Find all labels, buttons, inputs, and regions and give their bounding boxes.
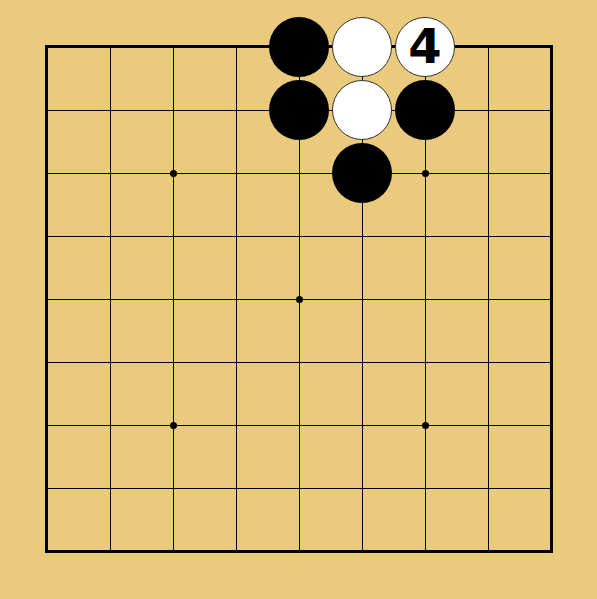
- intersection[interactable]: [394, 79, 457, 142]
- intersection[interactable]: [142, 16, 205, 79]
- intersection[interactable]: [142, 268, 205, 331]
- grid-line-horizontal: [457, 425, 520, 426]
- intersection[interactable]: [205, 457, 268, 520]
- go-board: 4: [16, 16, 583, 583]
- intersection[interactable]: [268, 331, 331, 394]
- intersection[interactable]: [205, 142, 268, 205]
- intersection[interactable]: 4: [394, 16, 457, 79]
- grid-line-horizontal: [520, 488, 552, 489]
- intersection[interactable]: [331, 457, 394, 520]
- grid-line-horizontal: [79, 299, 142, 300]
- intersection[interactable]: [268, 394, 331, 457]
- intersection[interactable]: [268, 268, 331, 331]
- grid-line-horizontal: [394, 299, 457, 300]
- intersection[interactable]: [79, 457, 142, 520]
- intersection[interactable]: [142, 394, 205, 457]
- intersection[interactable]: [205, 268, 268, 331]
- intersection[interactable]: [394, 520, 457, 583]
- go-board-diagram: 4: [0, 0, 597, 599]
- intersection[interactable]: [331, 79, 394, 142]
- grid-line-horizontal: [457, 362, 520, 363]
- intersection[interactable]: [457, 331, 520, 394]
- grid-line-vertical: [110, 47, 111, 79]
- intersection[interactable]: [394, 268, 457, 331]
- intersection[interactable]: [520, 16, 583, 79]
- intersection[interactable]: [16, 520, 79, 583]
- intersection[interactable]: [268, 16, 331, 79]
- grid-line-vertical: [425, 520, 426, 552]
- intersection[interactable]: [79, 79, 142, 142]
- grid-line-horizontal: [205, 173, 268, 174]
- grid-line-horizontal: [79, 173, 142, 174]
- intersection[interactable]: [331, 268, 394, 331]
- grid-line-horizontal: [47, 236, 79, 237]
- intersection[interactable]: [16, 331, 79, 394]
- grid-line-vertical: [488, 520, 489, 552]
- intersection[interactable]: [79, 520, 142, 583]
- grid-line-horizontal: [457, 47, 520, 48]
- move-number-label: 4: [408, 22, 441, 70]
- grid-line-horizontal: [47, 110, 79, 111]
- intersection[interactable]: [16, 79, 79, 142]
- grid-line-horizontal: [520, 299, 552, 300]
- grid-line-vertical: [173, 47, 174, 79]
- grid-line-horizontal: [457, 236, 520, 237]
- intersection[interactable]: [142, 205, 205, 268]
- grid-line-horizontal: [394, 236, 457, 237]
- grid-line-horizontal: [142, 488, 205, 489]
- grid-line-vertical: [551, 47, 552, 79]
- star-point: [422, 170, 429, 177]
- star-point: [296, 296, 303, 303]
- intersection[interactable]: [457, 16, 520, 79]
- grid-line-horizontal: [142, 362, 205, 363]
- intersection[interactable]: [394, 331, 457, 394]
- intersection[interactable]: [394, 142, 457, 205]
- grid-line-horizontal: [47, 425, 79, 426]
- grid-line-horizontal: [205, 110, 268, 111]
- intersection[interactable]: [205, 520, 268, 583]
- intersection[interactable]: [331, 205, 394, 268]
- intersection[interactable]: [457, 520, 520, 583]
- grid-line-horizontal: [331, 425, 394, 426]
- intersection[interactable]: [520, 142, 583, 205]
- grid-line-horizontal: [520, 110, 552, 111]
- intersection[interactable]: [457, 79, 520, 142]
- grid-line-horizontal: [205, 47, 268, 48]
- grid-line-horizontal: [268, 488, 331, 489]
- intersection[interactable]: [457, 205, 520, 268]
- intersection[interactable]: [268, 142, 331, 205]
- grid-line-horizontal: [47, 362, 79, 363]
- grid-line-horizontal: [79, 551, 142, 552]
- intersection[interactable]: [457, 268, 520, 331]
- intersection[interactable]: [142, 79, 205, 142]
- intersection[interactable]: [331, 16, 394, 79]
- grid-line-vertical: [551, 520, 552, 552]
- intersection[interactable]: [16, 16, 79, 79]
- grid-line-horizontal: [520, 425, 552, 426]
- grid-line-horizontal: [47, 299, 79, 300]
- grid-line-horizontal: [142, 299, 205, 300]
- grid-line-horizontal: [142, 110, 205, 111]
- intersection[interactable]: [331, 331, 394, 394]
- intersection[interactable]: [79, 331, 142, 394]
- intersection[interactable]: [205, 394, 268, 457]
- intersection[interactable]: [268, 205, 331, 268]
- grid-line-horizontal: [268, 173, 331, 174]
- intersection[interactable]: [457, 142, 520, 205]
- intersection[interactable]: [520, 520, 583, 583]
- grid-line-horizontal: [457, 173, 520, 174]
- grid-line-horizontal: [79, 47, 142, 48]
- intersection[interactable]: [205, 79, 268, 142]
- grid-line-horizontal: [457, 488, 520, 489]
- intersection[interactable]: [142, 457, 205, 520]
- grid-line-horizontal: [268, 551, 331, 552]
- grid-line-horizontal: [79, 236, 142, 237]
- grid-line-horizontal: [520, 362, 552, 363]
- grid-line-horizontal: [394, 488, 457, 489]
- grid-line-vertical: [236, 47, 237, 79]
- grid-line-vertical: [236, 520, 237, 552]
- grid-line-horizontal: [142, 47, 205, 48]
- grid-line-horizontal: [331, 236, 394, 237]
- intersection[interactable]: [142, 520, 205, 583]
- intersection[interactable]: [16, 394, 79, 457]
- black-stone: [395, 80, 455, 140]
- grid-line-vertical: [47, 520, 48, 552]
- grid-line-horizontal: [268, 362, 331, 363]
- intersection[interactable]: [16, 457, 79, 520]
- grid-line-horizontal: [205, 551, 268, 552]
- intersection[interactable]: [16, 205, 79, 268]
- black-stone: [269, 17, 329, 77]
- grid-line-horizontal: [205, 425, 268, 426]
- grid-line-horizontal: [520, 551, 552, 552]
- grid-line-horizontal: [520, 47, 552, 48]
- intersection[interactable]: [79, 205, 142, 268]
- intersection[interactable]: [457, 394, 520, 457]
- grid-line-horizontal: [47, 173, 79, 174]
- grid-line-horizontal: [79, 488, 142, 489]
- grid-line-horizontal: [268, 236, 331, 237]
- intersection[interactable]: [79, 142, 142, 205]
- intersection[interactable]: [331, 394, 394, 457]
- intersection[interactable]: [205, 205, 268, 268]
- grid-line-horizontal: [142, 551, 205, 552]
- intersection[interactable]: [394, 205, 457, 268]
- intersection[interactable]: [205, 16, 268, 79]
- intersection[interactable]: [205, 331, 268, 394]
- grid-line-horizontal: [331, 299, 394, 300]
- grid-line-horizontal: [268, 425, 331, 426]
- grid-line-horizontal: [79, 425, 142, 426]
- grid-line-horizontal: [457, 551, 520, 552]
- intersection[interactable]: [520, 457, 583, 520]
- grid-line-vertical: [488, 47, 489, 79]
- grid-line-horizontal: [205, 236, 268, 237]
- white-stone: [332, 80, 392, 140]
- grid-line-horizontal: [394, 362, 457, 363]
- grid-line-horizontal: [205, 362, 268, 363]
- grid-line-horizontal: [47, 488, 79, 489]
- grid-line-horizontal: [520, 173, 552, 174]
- grid-line-horizontal: [457, 110, 520, 111]
- intersection[interactable]: [268, 520, 331, 583]
- grid-line-horizontal: [520, 236, 552, 237]
- intersection[interactable]: [520, 79, 583, 142]
- grid-line-horizontal: [79, 110, 142, 111]
- star-point: [170, 170, 177, 177]
- intersection[interactable]: [331, 142, 394, 205]
- grid-line-horizontal: [394, 551, 457, 552]
- intersection[interactable]: [394, 457, 457, 520]
- black-stone: [332, 143, 392, 203]
- white-stone: [332, 17, 392, 77]
- star-point: [422, 422, 429, 429]
- intersection[interactable]: [79, 394, 142, 457]
- intersection[interactable]: [79, 268, 142, 331]
- intersection[interactable]: [457, 457, 520, 520]
- grid-line-horizontal: [331, 362, 394, 363]
- intersection[interactable]: [142, 331, 205, 394]
- intersection[interactable]: [142, 142, 205, 205]
- intersection[interactable]: [520, 205, 583, 268]
- grid-line-horizontal: [47, 551, 79, 552]
- grid-line-vertical: [173, 520, 174, 552]
- white-stone: 4: [395, 17, 455, 77]
- intersection[interactable]: [520, 394, 583, 457]
- star-point: [170, 422, 177, 429]
- intersection[interactable]: [268, 457, 331, 520]
- grid-line-horizontal: [205, 488, 268, 489]
- grid-line-horizontal: [142, 236, 205, 237]
- grid-line-vertical: [299, 520, 300, 552]
- grid-line-vertical: [47, 47, 48, 79]
- intersection[interactable]: [331, 520, 394, 583]
- black-stone: [269, 80, 329, 140]
- intersection[interactable]: [16, 268, 79, 331]
- intersection[interactable]: [16, 142, 79, 205]
- intersection[interactable]: [394, 394, 457, 457]
- intersection[interactable]: [520, 268, 583, 331]
- grid-line-horizontal: [79, 362, 142, 363]
- grid-line-horizontal: [331, 488, 394, 489]
- intersection[interactable]: [520, 331, 583, 394]
- grid-line-horizontal: [331, 551, 394, 552]
- intersection[interactable]: [268, 79, 331, 142]
- grid-line-horizontal: [205, 299, 268, 300]
- grid-line-vertical: [110, 520, 111, 552]
- grid-line-horizontal: [457, 299, 520, 300]
- grid-line-vertical: [362, 520, 363, 552]
- grid-line-horizontal: [47, 47, 79, 48]
- intersection[interactable]: [79, 16, 142, 79]
